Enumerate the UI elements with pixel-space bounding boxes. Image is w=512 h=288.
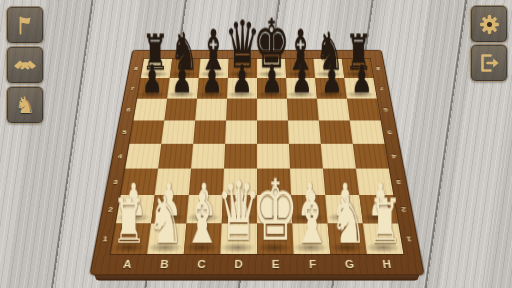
board-frame bbox=[403, 254, 423, 274]
file-label: C bbox=[182, 254, 220, 274]
square-c6[interactable] bbox=[195, 99, 227, 121]
black-pawn[interactable]: ♟ bbox=[262, 60, 283, 98]
file-label: D bbox=[220, 254, 257, 274]
file-label: E bbox=[257, 254, 294, 274]
file-label: A bbox=[107, 254, 147, 274]
square-h7[interactable]: ♟ bbox=[344, 78, 377, 99]
app-background: 8♜♞♝♛♚♝♞♜87♟♟♟♟♟♟♟♟7665544332♟♟♟♟♟♟♟♟21♜… bbox=[0, 0, 512, 288]
knight-piece-button[interactable]: ♞ bbox=[6, 86, 44, 124]
black-pawn[interactable]: ♟ bbox=[291, 60, 312, 98]
rank-label-right: 4 bbox=[385, 144, 404, 169]
square-b6[interactable] bbox=[164, 99, 197, 121]
square-g4[interactable] bbox=[321, 144, 356, 169]
settings-button[interactable] bbox=[470, 5, 508, 43]
white-knight[interactable]: ♞ bbox=[330, 187, 366, 253]
square-d6[interactable] bbox=[226, 99, 257, 121]
black-pawn[interactable]: ♟ bbox=[142, 60, 163, 98]
square-h4[interactable] bbox=[353, 144, 389, 169]
file-label: H bbox=[367, 254, 407, 274]
white-knight[interactable]: ♞ bbox=[148, 187, 184, 253]
square-h1[interactable]: ♜ bbox=[363, 223, 404, 254]
handshake-icon bbox=[14, 54, 36, 76]
square-e5[interactable] bbox=[257, 120, 289, 143]
square-b4[interactable] bbox=[158, 144, 193, 169]
black-pawn[interactable]: ♟ bbox=[232, 60, 253, 98]
square-d5[interactable] bbox=[225, 120, 257, 143]
exit-button[interactable] bbox=[470, 44, 508, 82]
square-f7[interactable]: ♟ bbox=[286, 78, 317, 99]
square-g6[interactable] bbox=[317, 99, 350, 121]
black-pawn[interactable]: ♟ bbox=[172, 60, 193, 98]
square-a4[interactable] bbox=[125, 144, 161, 169]
white-rook[interactable]: ♜ bbox=[368, 192, 402, 253]
black-pawn[interactable]: ♟ bbox=[351, 60, 372, 98]
draw-handshake-button[interactable] bbox=[6, 46, 44, 84]
white-bishop[interactable]: ♝ bbox=[293, 183, 331, 253]
square-h6[interactable] bbox=[347, 99, 381, 121]
chess-board: 8♜♞♝♛♚♝♞♜87♟♟♟♟♟♟♟♟7665544332♟♟♟♟♟♟♟♟21♜… bbox=[89, 50, 424, 275]
square-d7[interactable]: ♟ bbox=[227, 78, 257, 99]
gear-icon bbox=[478, 13, 501, 36]
knight-icon: ♞ bbox=[15, 94, 36, 117]
board-front-edge bbox=[94, 274, 420, 280]
square-a5[interactable] bbox=[129, 120, 164, 143]
square-g7[interactable]: ♟ bbox=[315, 78, 347, 99]
square-f1[interactable]: ♝ bbox=[292, 223, 330, 254]
square-h5[interactable] bbox=[350, 120, 385, 143]
square-a6[interactable] bbox=[133, 99, 167, 121]
square-e1[interactable]: ♚ bbox=[257, 223, 294, 254]
square-f6[interactable] bbox=[287, 99, 319, 121]
square-a7[interactable]: ♟ bbox=[137, 78, 170, 99]
exit-icon bbox=[478, 52, 500, 74]
black-pawn[interactable]: ♟ bbox=[202, 60, 223, 98]
white-rook[interactable]: ♜ bbox=[112, 192, 146, 253]
square-e6[interactable] bbox=[257, 99, 288, 121]
square-a1[interactable]: ♜ bbox=[111, 223, 152, 254]
square-e7[interactable]: ♟ bbox=[257, 78, 287, 99]
square-f5[interactable] bbox=[288, 120, 321, 143]
square-b1[interactable]: ♞ bbox=[147, 223, 186, 254]
square-g1[interactable]: ♞ bbox=[328, 223, 367, 254]
black-pawn[interactable]: ♟ bbox=[321, 60, 342, 98]
square-c7[interactable]: ♟ bbox=[197, 78, 228, 99]
file-label: B bbox=[145, 254, 184, 274]
square-c5[interactable] bbox=[193, 120, 226, 143]
white-king[interactable]: ♚ bbox=[252, 168, 298, 253]
file-label: F bbox=[294, 254, 332, 274]
resign-flag-button[interactable] bbox=[6, 6, 44, 44]
square-b7[interactable]: ♟ bbox=[167, 78, 199, 99]
flag-icon bbox=[14, 14, 36, 36]
file-label: G bbox=[330, 254, 369, 274]
square-b5[interactable] bbox=[161, 120, 195, 143]
square-g5[interactable] bbox=[319, 120, 353, 143]
